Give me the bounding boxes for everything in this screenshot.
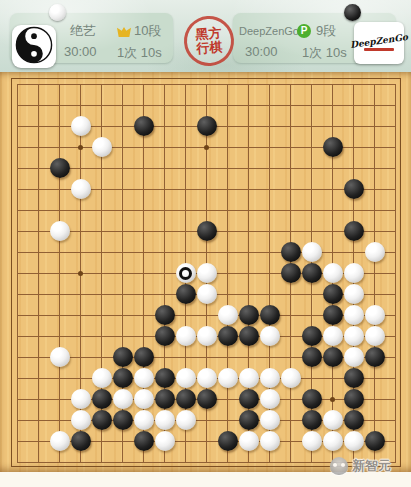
turn-seal-line2: 行棋 [196,40,223,56]
white-stone [365,242,385,262]
star-point [78,271,83,276]
white-stone [344,326,364,346]
black-stone [176,284,196,304]
star-point [78,145,83,150]
white-stone [134,368,154,388]
black-stone [323,137,343,157]
black-stone [218,326,238,346]
black-stone [365,347,385,367]
white-stone [92,368,112,388]
left-player-avatar [12,25,56,68]
white-stone [323,326,343,346]
black-stone [92,389,112,409]
white-stone [71,389,91,409]
white-stone [344,347,364,367]
grid-line [374,84,375,463]
pro-badge: P [297,24,311,38]
star-point [330,397,335,402]
white-stone [218,305,238,325]
white-stone [365,326,385,346]
watermark-text: 新智元 [352,457,391,475]
white-stone [176,263,196,283]
white-stone [155,410,175,430]
black-stone [239,326,259,346]
white-stone [260,368,280,388]
black-stone [281,242,301,262]
white-stone [155,431,175,451]
black-stone [323,284,343,304]
white-stone [302,431,322,451]
white-stone-badge [49,4,66,21]
black-stone [365,431,385,451]
deepzengo-logo-text: DeepZenGo [350,32,409,50]
white-stone [344,305,364,325]
white-stone [197,368,217,388]
white-stone [176,410,196,430]
white-stone [176,368,196,388]
black-stone [344,410,364,430]
black-stone [281,263,301,283]
black-stone [323,305,343,325]
black-stone [302,347,322,367]
black-stone [134,431,154,451]
white-stone [281,368,301,388]
black-stone [155,368,175,388]
black-stone [113,368,133,388]
white-stone [239,368,259,388]
white-stone [323,431,343,451]
left-player-main-time: 30:00 [64,44,97,59]
black-stone [50,158,70,178]
white-stone [344,431,364,451]
black-stone [344,389,364,409]
black-stone [92,410,112,430]
black-stone [260,305,280,325]
black-stone [302,263,322,283]
black-stone [344,179,364,199]
left-player-rank: 10段 [134,22,161,40]
right-player-rank: 9段 [316,22,336,40]
white-stone [134,410,154,430]
right-player-main-time: 30:00 [245,44,278,59]
black-stone [344,221,364,241]
logo-red-seal [364,48,394,51]
white-stone [239,431,259,451]
yinyang-icon [15,26,53,68]
right-player-avatar-logo: DeepZenGo [354,22,404,64]
black-stone-badge [344,4,361,21]
white-stone [344,284,364,304]
black-stone [197,116,217,136]
white-stone [323,410,343,430]
white-stone [71,116,91,136]
black-stone [197,389,217,409]
white-stone [323,263,343,283]
black-stone [71,431,91,451]
white-stone [365,305,385,325]
white-stone [197,263,217,283]
black-stone [113,347,133,367]
star-point [204,145,209,150]
black-stone [113,410,133,430]
black-stone [302,410,322,430]
white-stone [197,326,217,346]
white-stone [260,326,280,346]
black-stone [344,368,364,388]
black-stone [155,326,175,346]
right-player-name: DeepZenGo [239,25,299,37]
black-stone [134,116,154,136]
grid-line [395,84,396,463]
go-board[interactable] [0,72,411,472]
black-stone [176,389,196,409]
right-player-byoyomi: 1次 10s [302,44,347,62]
white-stone [92,137,112,157]
white-stone [260,431,280,451]
white-stone [302,242,322,262]
left-player-name: 绝艺 [70,22,96,40]
white-stone [134,389,154,409]
black-stone [155,305,175,325]
white-stone [260,410,280,430]
black-stone [302,326,322,346]
white-stone [50,221,70,241]
black-stone [134,347,154,367]
black-stone [302,389,322,409]
black-stone [323,347,343,367]
black-stone [155,389,175,409]
black-stone [239,410,259,430]
white-stone [71,410,91,430]
white-stone [113,389,133,409]
black-stone [197,221,217,241]
grid-line [227,84,228,463]
white-stone [218,368,238,388]
white-stone [71,179,91,199]
turn-seal: 黑方 行棋 [182,14,235,67]
white-stone [260,389,280,409]
black-stone [218,431,238,451]
black-stone [239,305,259,325]
white-stone [176,326,196,346]
left-player-byoyomi: 1次 10s [117,44,162,62]
white-stone [344,263,364,283]
go-app: 绝艺 10段 30:00 1次 10s 黑方 行棋 DeepZenGo P 9段… [0,0,411,487]
watermark: 新智元 [330,457,391,475]
black-stone [239,389,259,409]
last-move-marker [179,267,192,280]
watermark-logo-icon [330,457,348,475]
white-stone [197,284,217,304]
white-stone [50,347,70,367]
white-stone [50,431,70,451]
header: 绝艺 10段 30:00 1次 10s 黑方 行棋 DeepZenGo P 9段… [0,0,411,72]
